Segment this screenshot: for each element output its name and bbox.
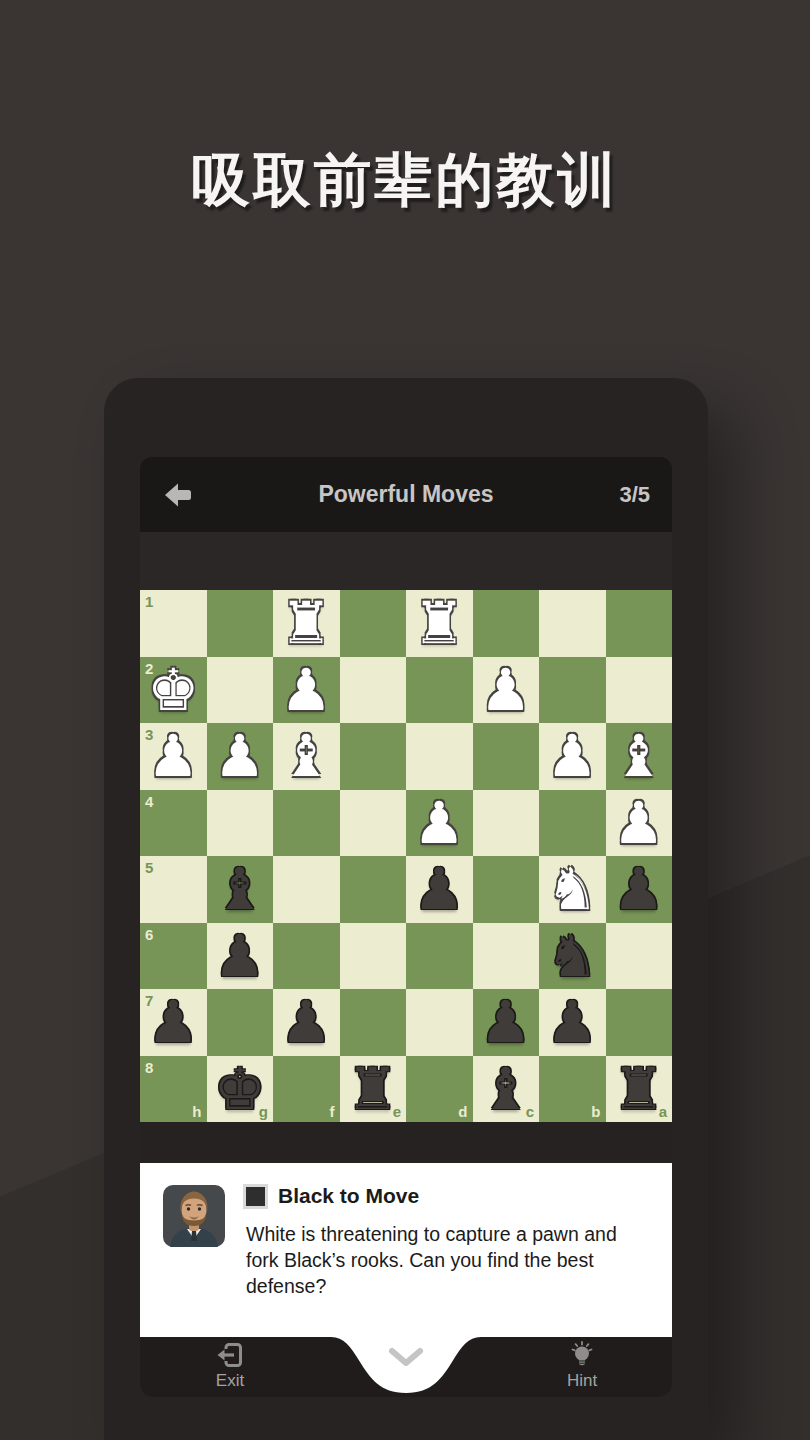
square-g7[interactable] (207, 989, 274, 1056)
piece-black-pawn[interactable]: ♟ (606, 856, 673, 923)
piece-white-pawn[interactable]: ♟ (473, 657, 540, 724)
square-h4[interactable]: 4 (140, 790, 207, 857)
square-b4[interactable] (539, 790, 606, 857)
move-indicator-label: Black to Move (278, 1184, 419, 1208)
rank-label-1: 1 (145, 594, 153, 609)
piece-black-pawn[interactable]: ♟ (140, 989, 207, 1056)
square-c6[interactable] (473, 923, 540, 990)
coach-message-line: fork Black’s rooks. Can you find the bes… (246, 1247, 648, 1273)
coach-panel: Black to Move White is threatening to ca… (140, 1163, 672, 1337)
exit-door-arrow-icon (215, 1340, 245, 1370)
app-screen: Powerful Moves 3/5 1♜♜2♚♟♟3♟♟♝♟♝4♟♟5♝♟♞♟… (140, 457, 672, 1397)
square-g4[interactable] (207, 790, 274, 857)
file-label-h: h (192, 1104, 201, 1119)
piece-black-knight[interactable]: ♞ (539, 923, 606, 990)
lesson-title: Powerful Moves (140, 481, 672, 508)
piece-black-rook[interactable]: ♜ (606, 1056, 673, 1123)
exit-label: Exit (216, 1371, 244, 1391)
square-d2[interactable] (406, 657, 473, 724)
file-label-f: f (330, 1104, 335, 1119)
square-e7[interactable] (340, 989, 407, 1056)
square-d5[interactable]: ♟ (406, 856, 473, 923)
board-bottom-spacer (140, 1122, 672, 1163)
square-h5[interactable]: 5 (140, 856, 207, 923)
lesson-progress: 3/5 (619, 457, 650, 532)
square-c1[interactable] (473, 590, 540, 657)
board-top-spacer (140, 532, 672, 590)
square-a8[interactable]: a♜ (606, 1056, 673, 1123)
marketing-headline: 吸取前辈的教训 (0, 142, 810, 220)
hint-label: Hint (567, 1371, 597, 1391)
piece-white-knight[interactable]: ♞ (539, 856, 606, 923)
piece-white-rook[interactable]: ♜ (273, 590, 340, 657)
hint-button[interactable]: Hint (522, 1337, 642, 1397)
file-label-d: d (458, 1104, 467, 1119)
square-g1[interactable] (207, 590, 274, 657)
square-b3[interactable]: ♟ (539, 723, 606, 790)
square-a3[interactable]: ♝ (606, 723, 673, 790)
piece-white-bishop[interactable]: ♝ (273, 723, 340, 790)
square-f4[interactable] (273, 790, 340, 857)
piece-black-king[interactable]: ♚ (207, 1056, 274, 1123)
square-b7[interactable]: ♟ (539, 989, 606, 1056)
square-c2[interactable]: ♟ (473, 657, 540, 724)
rank-label-6: 6 (145, 927, 153, 942)
square-b8[interactable]: b (539, 1056, 606, 1123)
square-d3[interactable] (406, 723, 473, 790)
lightbulb-icon (567, 1340, 597, 1370)
square-d7[interactable] (406, 989, 473, 1056)
square-g5[interactable]: ♝ (207, 856, 274, 923)
coach-message-line: defense? (246, 1273, 648, 1299)
piece-black-bishop[interactable]: ♝ (207, 856, 274, 923)
coach-message: White is threatening to capture a pawn a… (246, 1221, 648, 1299)
piece-black-pawn[interactable]: ♟ (473, 989, 540, 1056)
square-c8[interactable]: c♝ (473, 1056, 540, 1123)
square-g8[interactable]: g♚ (207, 1056, 274, 1123)
piece-white-pawn[interactable]: ♟ (406, 790, 473, 857)
panel-collapse-tab[interactable] (331, 1337, 481, 1395)
square-e3[interactable] (340, 723, 407, 790)
coach-panel-content: Black to Move White is threatening to ca… (246, 1163, 672, 1299)
square-f2[interactable]: ♟ (273, 657, 340, 724)
square-c7[interactable]: ♟ (473, 989, 540, 1056)
square-c4[interactable] (473, 790, 540, 857)
piece-black-bishop[interactable]: ♝ (473, 1056, 540, 1123)
square-e1[interactable] (340, 590, 407, 657)
coach-message-line: White is threatening to capture a pawn a… (246, 1221, 648, 1247)
move-indicator: Black to Move (246, 1184, 648, 1208)
collapse-tab-shape (331, 1337, 481, 1395)
square-d8[interactable]: d (406, 1056, 473, 1123)
black-filled-square-icon (246, 1187, 265, 1206)
app-header: Powerful Moves 3/5 (140, 457, 672, 532)
square-e6[interactable] (340, 923, 407, 990)
back-button[interactable] (152, 457, 204, 532)
square-d4[interactable]: ♟ (406, 790, 473, 857)
square-e4[interactable] (340, 790, 407, 857)
square-f6[interactable] (273, 923, 340, 990)
square-f1[interactable]: ♜ (273, 590, 340, 657)
square-b6[interactable]: ♞ (539, 923, 606, 990)
square-h3[interactable]: 3♟ (140, 723, 207, 790)
square-h6[interactable]: 6 (140, 923, 207, 990)
square-g2[interactable] (207, 657, 274, 724)
square-h7[interactable]: 7♟ (140, 989, 207, 1056)
chess-board: 1♜♜2♚♟♟3♟♟♝♟♝4♟♟5♝♟♞♟6♟♞7♟♟♟♟8hg♚fe♜dc♝b… (140, 590, 672, 1122)
square-h2[interactable]: 2♚ (140, 657, 207, 724)
phone-mockup: Powerful Moves 3/5 1♜♜2♚♟♟3♟♟♝♟♝4♟♟5♝♟♞♟… (104, 378, 708, 1440)
piece-white-pawn[interactable]: ♟ (606, 790, 673, 857)
square-b1[interactable] (539, 590, 606, 657)
page-background: 吸取前辈的教训 Powerful Moves 3/5 1♜♜2♚♟♟3♟♟♝♟♝… (0, 0, 810, 1440)
piece-white-pawn[interactable]: ♟ (273, 657, 340, 724)
exit-button[interactable]: Exit (170, 1337, 290, 1397)
piece-black-pawn[interactable]: ♟ (539, 989, 606, 1056)
piece-black-pawn[interactable]: ♟ (207, 923, 274, 990)
square-c3[interactable] (473, 723, 540, 790)
square-f5[interactable] (273, 856, 340, 923)
piece-black-pawn[interactable]: ♟ (273, 989, 340, 1056)
square-a7[interactable] (606, 989, 673, 1056)
square-f3[interactable]: ♝ (273, 723, 340, 790)
rank-label-8: 8 (145, 1060, 153, 1075)
square-h8[interactable]: 8h (140, 1056, 207, 1123)
square-c5[interactable] (473, 856, 540, 923)
file-label-b: b (591, 1104, 600, 1119)
square-d6[interactable] (406, 923, 473, 990)
square-e5[interactable] (340, 856, 407, 923)
square-g6[interactable]: ♟ (207, 923, 274, 990)
square-e8[interactable]: e♜ (340, 1056, 407, 1123)
piece-black-rook[interactable]: ♜ (340, 1056, 407, 1123)
square-a5[interactable]: ♟ (606, 856, 673, 923)
piece-white-rook[interactable]: ♜ (406, 590, 473, 657)
piece-black-pawn[interactable]: ♟ (406, 856, 473, 923)
square-h1[interactable]: 1 (140, 590, 207, 657)
square-b2[interactable] (539, 657, 606, 724)
square-d1[interactable]: ♜ (406, 590, 473, 657)
piece-white-pawn[interactable]: ♟ (207, 723, 274, 790)
square-b5[interactable]: ♞ (539, 856, 606, 923)
rank-label-4: 4 (145, 794, 153, 809)
piece-white-bishop[interactable]: ♝ (606, 723, 673, 790)
back-arrow-icon (162, 480, 194, 510)
square-f7[interactable]: ♟ (273, 989, 340, 1056)
square-e2[interactable] (340, 657, 407, 724)
square-a2[interactable] (606, 657, 673, 724)
square-a6[interactable] (606, 923, 673, 990)
square-f8[interactable]: f (273, 1056, 340, 1123)
square-a4[interactable]: ♟ (606, 790, 673, 857)
piece-white-pawn[interactable]: ♟ (140, 723, 207, 790)
rank-label-5: 5 (145, 860, 153, 875)
piece-white-king[interactable]: ♚ (140, 657, 207, 724)
square-g3[interactable]: ♟ (207, 723, 274, 790)
square-a1[interactable] (606, 590, 673, 657)
piece-white-pawn[interactable]: ♟ (539, 723, 606, 790)
coach-avatar (163, 1185, 225, 1247)
